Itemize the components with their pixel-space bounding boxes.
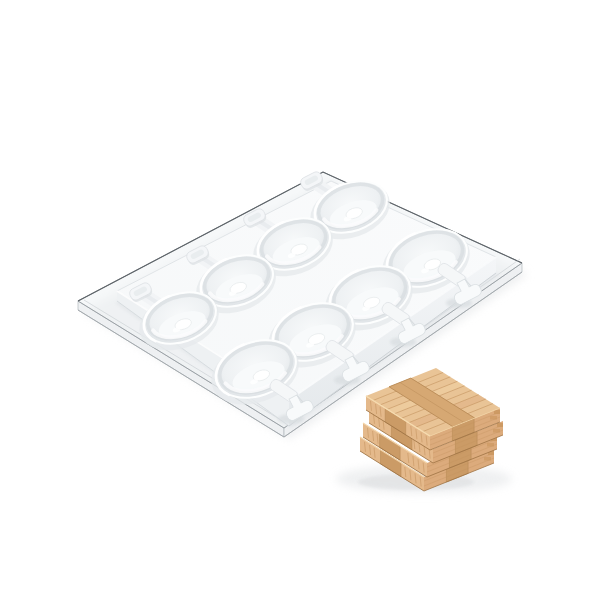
scene-svg	[0, 0, 600, 600]
product-photo	[0, 0, 600, 600]
